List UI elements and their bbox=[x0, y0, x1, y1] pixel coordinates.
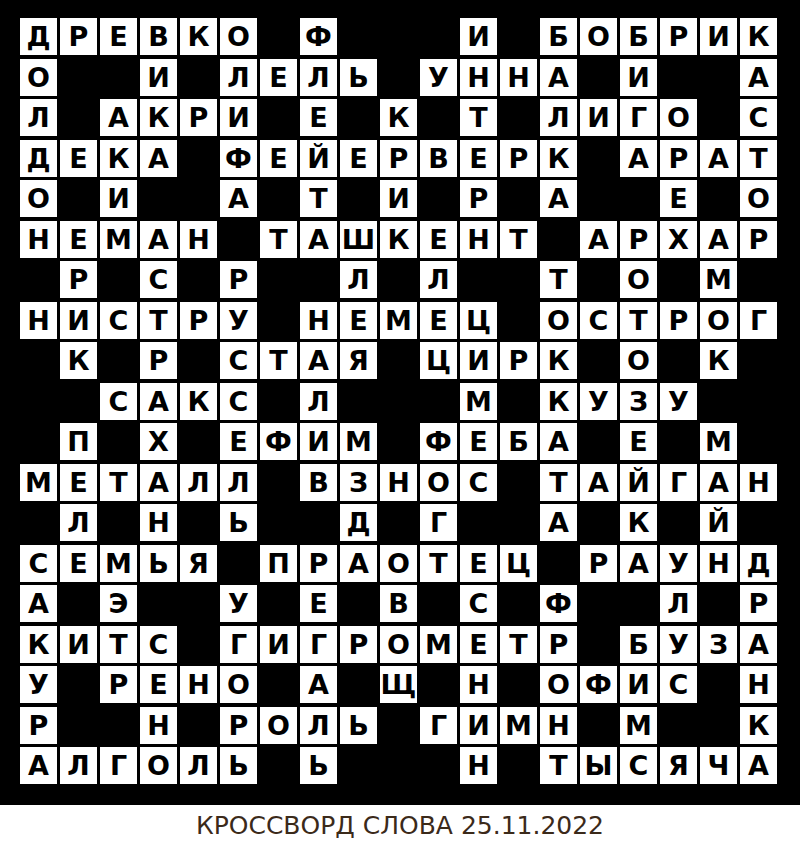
letter-cell-r15c12[interactable]: С bbox=[460, 585, 497, 622]
letter-cell-r8c16[interactable]: Т bbox=[620, 302, 657, 339]
letter-cell-r17c1[interactable]: У bbox=[20, 666, 57, 703]
letter-cell-r17c5[interactable]: Н bbox=[180, 666, 217, 703]
letter-cell-r19c5[interactable]: Л bbox=[180, 747, 217, 784]
letter-cell-r3c14[interactable]: Л bbox=[540, 99, 577, 136]
letter-cell-r10c15[interactable]: У bbox=[580, 383, 617, 420]
black-cell-r11c5 bbox=[180, 423, 217, 460]
letter-cell-r11c9[interactable]: М bbox=[340, 423, 377, 460]
letter-cell-r12c9[interactable]: З bbox=[340, 464, 377, 501]
letter-cell-r16c4[interactable]: С bbox=[140, 626, 177, 663]
letter-cell-r4c6[interactable]: Ф bbox=[220, 140, 257, 177]
black-cell-r7c19 bbox=[740, 261, 777, 298]
letter-cell-r18c9[interactable]: Ь bbox=[340, 707, 377, 744]
black-cell-r13c5 bbox=[180, 504, 217, 541]
letter-cell-r3c16[interactable]: Г bbox=[620, 99, 657, 136]
letter-cell-r17c14[interactable]: О bbox=[540, 666, 577, 703]
letter-cell-r17c8[interactable]: А bbox=[300, 666, 337, 703]
letter-cell-r8c17[interactable]: Р bbox=[660, 302, 697, 339]
letter-cell-r4c13[interactable]: Р bbox=[500, 140, 537, 177]
letter-cell-r13c18[interactable]: Й bbox=[700, 504, 737, 541]
letter-cell-r3c1[interactable]: Л bbox=[20, 99, 57, 136]
letter-cell-r3c17[interactable]: О bbox=[660, 99, 697, 136]
letter-cell-r12c19[interactable]: Н bbox=[740, 464, 777, 501]
letter-cell-r10c17[interactable]: У bbox=[660, 383, 697, 420]
letter-cell-r17c12[interactable]: Н bbox=[460, 666, 497, 703]
letter-cell-r6c15[interactable]: А bbox=[580, 221, 617, 258]
letter-cell-r4c12[interactable]: Е bbox=[460, 140, 497, 177]
letter-cell-r11c11[interactable]: Ф bbox=[420, 423, 457, 460]
letter-cell-r12c15[interactable]: А bbox=[580, 464, 617, 501]
letter-cell-r14c16[interactable]: А bbox=[620, 545, 657, 582]
letter-cell-r16c9[interactable]: Р bbox=[340, 626, 377, 663]
letter-cell-r1c2[interactable]: Р bbox=[60, 18, 97, 55]
letter-cell-r15c17[interactable]: Л bbox=[660, 585, 697, 622]
black-cell-r18c18 bbox=[700, 707, 737, 744]
letter-cell-r11c8[interactable]: И bbox=[300, 423, 337, 460]
letter-cell-r2c9[interactable]: Ь bbox=[340, 59, 377, 96]
letter-cell-r6c13[interactable]: Т bbox=[500, 221, 537, 258]
letter-cell-r10c6[interactable]: С bbox=[220, 383, 257, 420]
letter-cell-r12c5[interactable]: Л bbox=[180, 464, 217, 501]
letter-cell-r6c8[interactable]: А bbox=[300, 221, 337, 258]
letter-cell-r6c4[interactable]: А bbox=[140, 221, 177, 258]
letter-cell-r4c18[interactable]: А bbox=[700, 140, 737, 177]
letter-cell-r1c14[interactable]: Б bbox=[540, 18, 577, 55]
letter-cell-r12c11[interactable]: О bbox=[420, 464, 457, 501]
letter-cell-r18c19[interactable]: К bbox=[740, 707, 777, 744]
letter-cell-r3c4[interactable]: К bbox=[140, 99, 177, 136]
letter-cell-r16c16[interactable]: Б bbox=[620, 626, 657, 663]
letter-cell-r19c8[interactable]: Ь bbox=[300, 747, 337, 784]
black-cell-r2c18 bbox=[700, 59, 737, 96]
black-cell-r10c7 bbox=[260, 383, 297, 420]
black-cell-r3c13 bbox=[500, 99, 537, 136]
black-cell-r15c7 bbox=[260, 585, 297, 622]
letter-cell-r19c1[interactable]: А bbox=[20, 747, 57, 784]
letter-cell-r2c19[interactable]: А bbox=[740, 59, 777, 96]
letter-cell-r15c8[interactable]: Е bbox=[300, 585, 337, 622]
black-cell-r19c10 bbox=[380, 747, 417, 784]
letter-cell-r16c11[interactable]: М bbox=[420, 626, 457, 663]
letter-cell-r18c11[interactable]: Г bbox=[420, 707, 457, 744]
letter-cell-r3c5[interactable]: Р bbox=[180, 99, 217, 136]
letter-cell-r5c19[interactable]: О bbox=[740, 180, 777, 217]
letter-cell-r1c6[interactable]: О bbox=[220, 18, 257, 55]
black-cell-r19c7 bbox=[260, 747, 297, 784]
letter-cell-r9c16[interactable]: О bbox=[620, 342, 657, 379]
letter-cell-r5c3[interactable]: И bbox=[100, 180, 137, 217]
letter-cell-r9c14[interactable]: К bbox=[540, 342, 577, 379]
letter-cell-r19c17[interactable]: Я bbox=[660, 747, 697, 784]
letter-cell-r5c8[interactable]: Т bbox=[300, 180, 337, 217]
letter-cell-r18c7[interactable]: О bbox=[260, 707, 297, 744]
letter-cell-r9c12[interactable]: И bbox=[460, 342, 497, 379]
letter-cell-r1c3[interactable]: Е bbox=[100, 18, 137, 55]
letter-cell-r19c19[interactable]: А bbox=[740, 747, 777, 784]
letter-cell-r6c11[interactable]: Е bbox=[420, 221, 457, 258]
letter-cell-r18c4[interactable]: Н bbox=[140, 707, 177, 744]
black-cell-r13c8 bbox=[300, 504, 337, 541]
letter-cell-r6c7[interactable]: Т bbox=[260, 221, 297, 258]
black-cell-r11c10 bbox=[380, 423, 417, 460]
letter-cell-r12c12[interactable]: С bbox=[460, 464, 497, 501]
letter-cell-r1c4[interactable]: В bbox=[140, 18, 177, 55]
black-cell-r7c5 bbox=[180, 261, 217, 298]
letter-cell-r2c13[interactable]: Н bbox=[500, 59, 537, 96]
letter-cell-r14c2[interactable]: Е bbox=[60, 545, 97, 582]
letter-cell-r6c5[interactable]: Н bbox=[180, 221, 217, 258]
black-cell-r5c9 bbox=[340, 180, 377, 217]
letter-cell-r11c6[interactable]: Е bbox=[220, 423, 257, 460]
letter-cell-r16c6[interactable]: Г bbox=[220, 626, 257, 663]
black-cell-r4c5 bbox=[180, 140, 217, 177]
black-cell-r5c18 bbox=[700, 180, 737, 217]
letter-cell-r11c2[interactable]: П bbox=[60, 423, 97, 460]
black-cell-r11c15 bbox=[580, 423, 617, 460]
letter-cell-r15c6[interactable]: У bbox=[220, 585, 257, 622]
black-cell-r11c3 bbox=[100, 423, 137, 460]
letter-cell-r14c13[interactable]: Ц bbox=[500, 545, 537, 582]
letter-cell-r8c3[interactable]: С bbox=[100, 302, 137, 339]
letter-cell-r19c6[interactable]: Ь bbox=[220, 747, 257, 784]
letter-cell-r5c12[interactable]: Р bbox=[460, 180, 497, 217]
black-cell-r14c6 bbox=[220, 545, 257, 582]
letter-cell-r16c10[interactable]: О bbox=[380, 626, 417, 663]
letter-cell-r14c10[interactable]: О bbox=[380, 545, 417, 582]
letter-cell-r12c2[interactable]: Е bbox=[60, 464, 97, 501]
letter-cell-r11c16[interactable]: Е bbox=[620, 423, 657, 460]
letter-cell-r2c12[interactable]: Н bbox=[460, 59, 497, 96]
letter-cell-r7c4[interactable]: С bbox=[140, 261, 177, 298]
letter-cell-r4c9[interactable]: Е bbox=[340, 140, 377, 177]
letter-cell-r14c15[interactable]: Р bbox=[580, 545, 617, 582]
letter-cell-r7c9[interactable]: Л bbox=[340, 261, 377, 298]
letter-cell-r13c9[interactable]: Д bbox=[340, 504, 377, 541]
letter-cell-r10c12[interactable]: М bbox=[460, 383, 497, 420]
letter-cell-r15c1[interactable]: А bbox=[20, 585, 57, 622]
letter-cell-r4c10[interactable]: Р bbox=[380, 140, 417, 177]
letter-cell-r2c6[interactable]: Л bbox=[220, 59, 257, 96]
letter-cell-r13c6[interactable]: Ь bbox=[220, 504, 257, 541]
letter-cell-r6c18[interactable]: А bbox=[700, 221, 737, 258]
letter-cell-r3c10[interactable]: К bbox=[380, 99, 417, 136]
letter-cell-r9c2[interactable]: К bbox=[60, 342, 97, 379]
letter-cell-r9c7[interactable]: Т bbox=[260, 342, 297, 379]
letter-cell-r16c13[interactable]: Т bbox=[500, 626, 537, 663]
letter-cell-r15c3[interactable]: Э bbox=[100, 585, 137, 622]
letter-cell-r6c12[interactable]: Н bbox=[460, 221, 497, 258]
letter-cell-r19c16[interactable]: С bbox=[620, 747, 657, 784]
black-cell-r17c7 bbox=[260, 666, 297, 703]
letter-cell-r6c9[interactable]: Ш bbox=[340, 221, 377, 258]
black-cell-r2c15 bbox=[580, 59, 617, 96]
letter-cell-r3c12[interactable]: Т bbox=[460, 99, 497, 136]
letter-cell-r17c10[interactable]: Щ bbox=[380, 666, 417, 703]
black-cell-r2c10 bbox=[380, 59, 417, 96]
black-cell-r15c16 bbox=[620, 585, 657, 622]
black-cell-r5c13 bbox=[500, 180, 537, 217]
black-cell-r18c5 bbox=[180, 707, 217, 744]
black-cell-r19c13 bbox=[500, 747, 537, 784]
letter-cell-r4c17[interactable]: Р bbox=[660, 140, 697, 177]
letter-cell-r17c17[interactable]: С bbox=[660, 666, 697, 703]
letter-cell-r18c14[interactable]: Н bbox=[540, 707, 577, 744]
letter-cell-r2c16[interactable]: И bbox=[620, 59, 657, 96]
letter-cell-r4c4[interactable]: А bbox=[140, 140, 177, 177]
letter-cell-r18c16[interactable]: М bbox=[620, 707, 657, 744]
letter-cell-r2c11[interactable]: У bbox=[420, 59, 457, 96]
letter-cell-r7c11[interactable]: Л bbox=[420, 261, 457, 298]
black-cell-r17c2 bbox=[60, 666, 97, 703]
letter-cell-r16c14[interactable]: Р bbox=[540, 626, 577, 663]
letter-cell-r18c12[interactable]: И bbox=[460, 707, 497, 744]
letter-cell-r8c9[interactable]: Е bbox=[340, 302, 377, 339]
letter-cell-r1c8[interactable]: Ф bbox=[300, 18, 337, 55]
letter-cell-r12c18[interactable]: А bbox=[700, 464, 737, 501]
letter-cell-r17c15[interactable]: Ф bbox=[580, 666, 617, 703]
letter-cell-r7c16[interactable]: О bbox=[620, 261, 657, 298]
letter-cell-r12c10[interactable]: Н bbox=[380, 464, 417, 501]
letter-cell-r19c12[interactable]: Н bbox=[460, 747, 497, 784]
letter-cell-r10c5[interactable]: К bbox=[180, 383, 217, 420]
letter-cell-r18c13[interactable]: М bbox=[500, 707, 537, 744]
letter-cell-r8c11[interactable]: Е bbox=[420, 302, 457, 339]
letter-cell-r13c14[interactable]: А bbox=[540, 504, 577, 541]
letter-cell-r16c8[interactable]: Г bbox=[300, 626, 337, 663]
letter-cell-r8c15[interactable]: С bbox=[580, 302, 617, 339]
letter-cell-r6c3[interactable]: М bbox=[100, 221, 137, 258]
letter-cell-r16c2[interactable]: И bbox=[60, 626, 97, 663]
letter-cell-r8c5[interactable]: Р bbox=[180, 302, 217, 339]
letter-cell-r6c19[interactable]: Р bbox=[740, 221, 777, 258]
letter-cell-r5c14[interactable]: А bbox=[540, 180, 577, 217]
letter-cell-r11c18[interactable]: М bbox=[700, 423, 737, 460]
letter-cell-r16c1[interactable]: К bbox=[20, 626, 57, 663]
letter-cell-r2c7[interactable]: Е bbox=[260, 59, 297, 96]
letter-cell-r19c4[interactable]: О bbox=[140, 747, 177, 784]
black-cell-r18c15 bbox=[580, 707, 617, 744]
letter-cell-r17c6[interactable]: О bbox=[220, 666, 257, 703]
letter-cell-r7c6[interactable]: Р bbox=[220, 261, 257, 298]
black-cell-r9c1 bbox=[20, 342, 57, 379]
letter-cell-r8c14[interactable]: О bbox=[540, 302, 577, 339]
letter-cell-r11c12[interactable]: Е bbox=[460, 423, 497, 460]
letter-cell-r8c4[interactable]: Т bbox=[140, 302, 177, 339]
letter-cell-r8c2[interactable]: И bbox=[60, 302, 97, 339]
letter-cell-r13c2[interactable]: Л bbox=[60, 504, 97, 541]
black-cell-r13c15 bbox=[580, 504, 617, 541]
letter-cell-r11c14[interactable]: А bbox=[540, 423, 577, 460]
letter-cell-r13c11[interactable]: Г bbox=[420, 504, 457, 541]
black-cell-r1c10 bbox=[380, 18, 417, 55]
letter-cell-r9c8[interactable]: А bbox=[300, 342, 337, 379]
letter-cell-r11c4[interactable]: Х bbox=[140, 423, 177, 460]
letter-cell-r16c19[interactable]: А bbox=[740, 626, 777, 663]
letter-cell-r12c6[interactable]: Л bbox=[220, 464, 257, 501]
letter-cell-r4c16[interactable]: А bbox=[620, 140, 657, 177]
black-cell-r5c4 bbox=[140, 180, 177, 217]
letter-cell-r8c10[interactable]: М bbox=[380, 302, 417, 339]
black-cell-r15c9 bbox=[340, 585, 377, 622]
letter-cell-r15c14[interactable]: Ф bbox=[540, 585, 577, 622]
black-cell-r13c19 bbox=[740, 504, 777, 541]
letter-cell-r19c14[interactable]: Т bbox=[540, 747, 577, 784]
letter-cell-r14c19[interactable]: Д bbox=[740, 545, 777, 582]
black-cell-r15c11 bbox=[420, 585, 457, 622]
letter-cell-r16c7[interactable]: И bbox=[260, 626, 297, 663]
letter-cell-r6c17[interactable]: Х bbox=[660, 221, 697, 258]
letter-cell-r16c18[interactable]: З bbox=[700, 626, 737, 663]
letter-cell-r14c1[interactable]: С bbox=[20, 545, 57, 582]
letter-cell-r4c19[interactable]: Т bbox=[740, 140, 777, 177]
letter-cell-r14c11[interactable]: Т bbox=[420, 545, 457, 582]
letter-cell-r7c2[interactable]: Р bbox=[60, 261, 97, 298]
letter-cell-r12c1[interactable]: М bbox=[20, 464, 57, 501]
letter-cell-r1c15[interactable]: О bbox=[580, 18, 617, 55]
black-cell-r10c13 bbox=[500, 383, 537, 420]
letter-cell-r3c15[interactable]: И bbox=[580, 99, 617, 136]
letter-cell-r8c12[interactable]: Ц bbox=[460, 302, 497, 339]
black-cell-r18c10 bbox=[380, 707, 417, 744]
black-cell-r15c13 bbox=[500, 585, 537, 622]
letter-cell-r12c16[interactable]: Й bbox=[620, 464, 657, 501]
black-cell-r2c2 bbox=[60, 59, 97, 96]
letter-cell-r10c4[interactable]: А bbox=[140, 383, 177, 420]
letter-cell-r17c19[interactable]: Н bbox=[740, 666, 777, 703]
letter-cell-r6c16[interactable]: Р bbox=[620, 221, 657, 258]
crossword-board: ДРЕВКОФИБОБРИКОИЛЕЛЬУННАИАЛАКРИЕКТЛИГОСД… bbox=[20, 18, 777, 784]
letter-cell-r10c3[interactable]: С bbox=[100, 383, 137, 420]
black-cell-r8c7 bbox=[260, 302, 297, 339]
letter-cell-r9c18[interactable]: К bbox=[700, 342, 737, 379]
letter-cell-r14c9[interactable]: А bbox=[340, 545, 377, 582]
black-cell-r7c15 bbox=[580, 261, 617, 298]
letter-cell-r4c8[interactable]: Й bbox=[300, 140, 337, 177]
letter-cell-r14c5[interactable]: Я bbox=[180, 545, 217, 582]
letter-cell-r2c14[interactable]: А bbox=[540, 59, 577, 96]
letter-cell-r9c13[interactable]: Р bbox=[500, 342, 537, 379]
caption: КРОССВОРД СЛОВА 25.11.2022 bbox=[0, 805, 800, 846]
letter-cell-r13c4[interactable]: Н bbox=[140, 504, 177, 541]
letter-cell-r6c1[interactable]: Н bbox=[20, 221, 57, 258]
black-cell-r16c5 bbox=[180, 626, 217, 663]
letter-cell-r14c4[interactable]: Ь bbox=[140, 545, 177, 582]
letter-cell-r19c3[interactable]: Г bbox=[100, 747, 137, 784]
letter-cell-r3c3[interactable]: А bbox=[100, 99, 137, 136]
letter-cell-r19c15[interactable]: Ы bbox=[580, 747, 617, 784]
letter-cell-r7c14[interactable]: Т bbox=[540, 261, 577, 298]
letter-cell-r4c7[interactable]: Е bbox=[260, 140, 297, 177]
letter-cell-r12c17[interactable]: Г bbox=[660, 464, 697, 501]
letter-cell-r15c10[interactable]: В bbox=[380, 585, 417, 622]
letter-cell-r17c3[interactable]: Р bbox=[100, 666, 137, 703]
letter-cell-r19c18[interactable]: Ч bbox=[700, 747, 737, 784]
letter-cell-r9c6[interactable]: С bbox=[220, 342, 257, 379]
letter-cell-r4c3[interactable]: К bbox=[100, 140, 137, 177]
letter-cell-r1c17[interactable]: Р bbox=[660, 18, 697, 55]
letter-cell-r3c8[interactable]: Е bbox=[300, 99, 337, 136]
letter-cell-r16c3[interactable]: Т bbox=[100, 626, 137, 663]
letter-cell-r10c8[interactable]: Л bbox=[300, 383, 337, 420]
letter-cell-r17c16[interactable]: И bbox=[620, 666, 657, 703]
letter-cell-r18c1[interactable]: Р bbox=[20, 707, 57, 744]
letter-cell-r16c17[interactable]: У bbox=[660, 626, 697, 663]
letter-cell-r4c2[interactable]: Е bbox=[60, 140, 97, 177]
letter-cell-r1c1[interactable]: Д bbox=[20, 18, 57, 55]
letter-cell-r1c19[interactable]: К bbox=[740, 18, 777, 55]
letter-cell-r6c2[interactable]: Е bbox=[60, 221, 97, 258]
black-cell-r4c15 bbox=[580, 140, 617, 177]
letter-cell-r13c16[interactable]: К bbox=[620, 504, 657, 541]
letter-cell-r1c18[interactable]: И bbox=[700, 18, 737, 55]
letter-cell-r2c1[interactable]: О bbox=[20, 59, 57, 96]
letter-cell-r10c14[interactable]: К bbox=[540, 383, 577, 420]
black-cell-r2c17 bbox=[660, 59, 697, 96]
letter-cell-r15c19[interactable]: Р bbox=[740, 585, 777, 622]
letter-cell-r14c8[interactable]: Р bbox=[300, 545, 337, 582]
letter-cell-r3c19[interactable]: С bbox=[740, 99, 777, 136]
letter-cell-r8c18[interactable]: О bbox=[700, 302, 737, 339]
letter-cell-r14c3[interactable]: М bbox=[100, 545, 137, 582]
letter-cell-r8c6[interactable]: У bbox=[220, 302, 257, 339]
letter-cell-r14c18[interactable]: Н bbox=[700, 545, 737, 582]
letter-cell-r3c6[interactable]: И bbox=[220, 99, 257, 136]
letter-cell-r16c12[interactable]: Е bbox=[460, 626, 497, 663]
letter-cell-r5c17[interactable]: Е bbox=[660, 180, 697, 217]
letter-cell-r12c3[interactable]: Т bbox=[100, 464, 137, 501]
letter-cell-r8c1[interactable]: Н bbox=[20, 302, 57, 339]
letter-cell-r17c4[interactable]: Е bbox=[140, 666, 177, 703]
letter-cell-r19c2[interactable]: Л bbox=[60, 747, 97, 784]
letter-cell-r8c19[interactable]: Г bbox=[740, 302, 777, 339]
letter-cell-r5c10[interactable]: И bbox=[380, 180, 417, 217]
letter-cell-r1c16[interactable]: Б bbox=[620, 18, 657, 55]
letter-cell-r5c6[interactable]: А bbox=[220, 180, 257, 217]
black-cell-r2c3 bbox=[100, 59, 137, 96]
letter-cell-r11c7[interactable]: Ф bbox=[260, 423, 297, 460]
black-cell-r9c17 bbox=[660, 342, 697, 379]
letter-cell-r10c16[interactable]: З bbox=[620, 383, 657, 420]
letter-cell-r4c11[interactable]: В bbox=[420, 140, 457, 177]
letter-cell-r1c5[interactable]: К bbox=[180, 18, 217, 55]
letter-cell-r12c14[interactable]: Т bbox=[540, 464, 577, 501]
letter-cell-r18c8[interactable]: Л bbox=[300, 707, 337, 744]
black-cell-r10c11 bbox=[420, 383, 457, 420]
letter-cell-r11c13[interactable]: Б bbox=[500, 423, 537, 460]
black-cell-r17c9 bbox=[340, 666, 377, 703]
letter-cell-r4c14[interactable]: К bbox=[540, 140, 577, 177]
letter-cell-r4c1[interactable]: Д bbox=[20, 140, 57, 177]
letter-cell-r9c4[interactable]: Р bbox=[140, 342, 177, 379]
letter-cell-r6c10[interactable]: К bbox=[380, 221, 417, 258]
letter-cell-r2c4[interactable]: И bbox=[140, 59, 177, 96]
letter-cell-r14c7[interactable]: П bbox=[260, 545, 297, 582]
letter-cell-r12c4[interactable]: А bbox=[140, 464, 177, 501]
letter-cell-r8c8[interactable]: Н bbox=[300, 302, 337, 339]
letter-cell-r5c1[interactable]: О bbox=[20, 180, 57, 217]
letter-cell-r9c9[interactable]: Я bbox=[340, 342, 377, 379]
letter-cell-r12c8[interactable]: В bbox=[300, 464, 337, 501]
letter-cell-r14c12[interactable]: Е bbox=[460, 545, 497, 582]
black-cell-r10c18 bbox=[700, 383, 737, 420]
letter-cell-r1c12[interactable]: И bbox=[460, 18, 497, 55]
black-cell-r12c13 bbox=[500, 464, 537, 501]
letter-cell-r18c6[interactable]: Р bbox=[220, 707, 257, 744]
letter-cell-r2c8[interactable]: Л bbox=[300, 59, 337, 96]
letter-cell-r7c18[interactable]: М bbox=[700, 261, 737, 298]
letter-cell-r14c17[interactable]: У bbox=[660, 545, 697, 582]
letter-cell-r9c11[interactable]: Ц bbox=[420, 342, 457, 379]
